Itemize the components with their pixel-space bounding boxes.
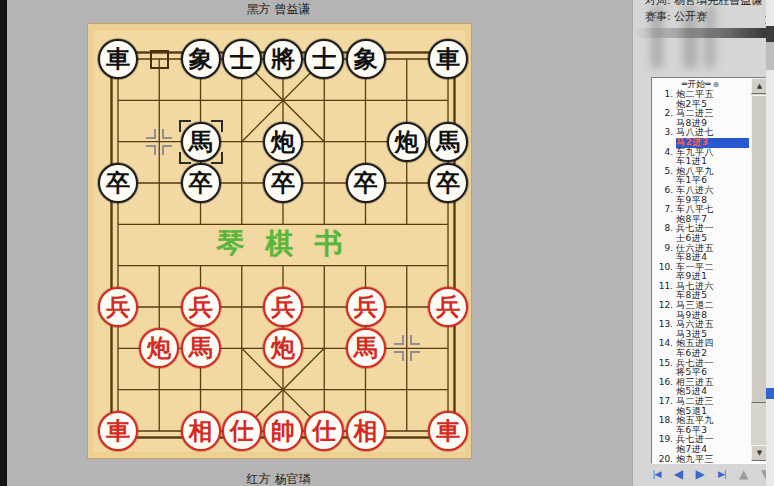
marker-point (394, 335, 420, 361)
adjacent-window-dark-segment (766, 26, 774, 42)
piece-red-兵[interactable]: 兵 (98, 287, 138, 327)
marker-point (146, 129, 172, 155)
red-player-label: 红方 杨官璘 (87, 471, 470, 486)
piece-red-相[interactable]: 相 (181, 411, 221, 451)
marker-square (150, 50, 169, 69)
variation-up-button[interactable]: ▲ (734, 466, 753, 483)
adjacent-window-mid-segment (766, 42, 774, 70)
piece-red-馬[interactable]: 馬 (181, 328, 221, 368)
move-number: 18. (652, 416, 676, 426)
next-move-button[interactable]: ▶ (691, 466, 710, 483)
video-artifact-streak (651, 6, 663, 68)
move-number: 8. (652, 224, 676, 234)
piece-red-車[interactable]: 車 (98, 411, 138, 451)
move-number: 6. (652, 186, 676, 196)
first-move-button[interactable]: |◀ (647, 466, 666, 483)
move-number: 10. (652, 263, 676, 273)
move-panel: 对局: 杨官璘先胜曾益谦 赛事: 公开赛 1 ═开始═ ⊕ 1.炮二平五炮2平5… (632, 0, 774, 486)
prev-move-button[interactable]: ◀ (669, 466, 688, 483)
piece-red-仕[interactable]: 仕 (222, 411, 262, 451)
marker-corners (179, 120, 223, 164)
piece-black-象[interactable]: 象 (181, 39, 221, 79)
move-number: 11. (652, 282, 676, 292)
move-number: 1. (652, 90, 676, 100)
piece-red-兵[interactable]: 兵 (346, 287, 386, 327)
move-number: 12. (652, 301, 676, 311)
piece-red-兵[interactable]: 兵 (263, 287, 303, 327)
move-number: 17. (652, 397, 676, 407)
piece-red-炮[interactable]: 炮 (139, 328, 179, 368)
adjacent-window-blue-segment (766, 388, 774, 399)
piece-black-士[interactable]: 士 (304, 39, 344, 79)
piece-red-相[interactable]: 相 (346, 411, 386, 451)
piece-layer: 車象士將士象車馬炮炮馬卒卒卒卒卒兵兵兵兵兵炮馬炮馬車相仕帥仕相車 (118, 59, 448, 431)
left-black-strip (0, 0, 7, 486)
piece-red-馬[interactable]: 馬 (346, 328, 386, 368)
piece-black-車[interactable]: 車 (428, 39, 468, 79)
piece-red-兵[interactable]: 兵 (181, 287, 221, 327)
app-window: 黑方 曾益谦 琴 棋 书 車象士將士象車馬炮炮馬卒卒卒卒卒兵兵兵兵兵炮馬炮馬車相… (0, 0, 774, 486)
piece-black-炮[interactable]: 炮 (263, 122, 303, 162)
piece-red-車[interactable]: 車 (428, 411, 468, 451)
move-number: 16. (652, 378, 676, 388)
xiangqi-board[interactable]: 琴 棋 书 車象士將士象車馬炮炮馬卒卒卒卒卒兵兵兵兵兵炮馬炮馬車相仕帥仕相車 (87, 23, 472, 459)
piece-red-兵[interactable]: 兵 (428, 287, 468, 327)
move-list: ═开始═ ⊕ 1.炮二平五炮2平52.马二进三马8进93.马八进七马2进34.车… (652, 79, 749, 464)
piece-black-卒[interactable]: 卒 (346, 163, 386, 203)
replay-controls: |◀◀▶▶|▲▼ (647, 466, 774, 483)
move-number: 2. (652, 109, 676, 119)
last-move-button[interactable]: ▶| (712, 466, 731, 483)
move-number: 19. (652, 435, 676, 445)
video-artifact-streak (683, 6, 697, 68)
piece-black-車[interactable]: 車 (98, 39, 138, 79)
move-number: 9. (652, 244, 676, 254)
piece-red-帥[interactable]: 帥 (263, 411, 303, 451)
piece-black-士[interactable]: 士 (222, 39, 262, 79)
piece-black-象[interactable]: 象 (346, 39, 386, 79)
move-number: 20. (652, 455, 676, 464)
piece-red-仕[interactable]: 仕 (304, 411, 344, 451)
move-number: 7. (652, 205, 676, 215)
adjacent-window-edge (766, 0, 774, 486)
move-number: 13. (652, 320, 676, 330)
move-number: 3. (652, 128, 676, 138)
video-artifact-streak (705, 6, 715, 68)
piece-black-卒[interactable]: 卒 (263, 163, 303, 203)
move-number: 5. (652, 167, 676, 177)
black-player-label: 黑方 曾益谦 (87, 1, 470, 18)
piece-black-卒[interactable]: 卒 (181, 163, 221, 203)
piece-black-將[interactable]: 將 (263, 39, 303, 79)
move-listbox[interactable]: ═开始═ ⊕ 1.炮二平五炮2平52.马二进三马8进93.马八进七马2进34.车… (651, 77, 769, 464)
piece-red-炮[interactable]: 炮 (263, 328, 303, 368)
piece-black-炮[interactable]: 炮 (387, 122, 427, 162)
piece-black-卒[interactable]: 卒 (428, 163, 468, 203)
move-number: 15. (652, 359, 676, 369)
piece-black-卒[interactable]: 卒 (98, 163, 138, 203)
piece-black-馬[interactable]: 馬 (428, 122, 468, 162)
move-number: 4. (652, 148, 676, 158)
move-number: 14. (652, 339, 676, 349)
